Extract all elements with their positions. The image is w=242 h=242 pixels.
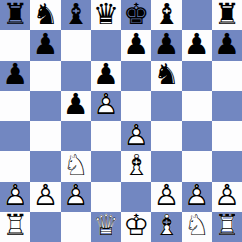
square-a6[interactable]: ♟: [0, 61, 30, 91]
square-c3[interactable]: ♞♘: [61, 151, 91, 181]
square-c7[interactable]: [61, 30, 91, 60]
square-h4[interactable]: [212, 121, 242, 151]
white-piece-outline: ♙: [93, 90, 119, 119]
square-g2[interactable]: ♟♙: [182, 182, 212, 212]
square-a7[interactable]: [0, 30, 30, 60]
black-piece-glyph: ♝: [63, 0, 89, 29]
black-piece-glyph: ♟: [32, 30, 58, 59]
square-e1[interactable]: ♚♔: [121, 212, 151, 242]
black-piece-glyph: ♞: [153, 60, 179, 89]
square-a8[interactable]: ♜: [0, 0, 30, 30]
square-e2[interactable]: [121, 182, 151, 212]
square-h5[interactable]: [212, 91, 242, 121]
black-piece-glyph: ♟: [2, 60, 28, 89]
piece-white-pawn[interactable]: ♟♙: [0, 182, 30, 212]
square-b6[interactable]: [30, 61, 60, 91]
square-h3[interactable]: [212, 151, 242, 181]
square-d7[interactable]: [91, 30, 121, 60]
square-e6[interactable]: [121, 61, 151, 91]
square-f4[interactable]: [151, 121, 181, 151]
square-a2[interactable]: ♟♙: [0, 182, 30, 212]
piece-white-pawn[interactable]: ♟♙: [212, 182, 242, 212]
piece-black-king[interactable]: ♚: [121, 0, 151, 30]
white-piece-outline: ♖: [214, 211, 240, 240]
white-piece-outline: ♖: [2, 211, 28, 240]
square-f1[interactable]: ♝♗: [151, 212, 181, 242]
white-piece-outline: ♙: [63, 181, 89, 210]
black-piece-glyph: ♟: [184, 30, 210, 59]
square-b2[interactable]: ♟♙: [30, 182, 60, 212]
piece-black-pawn[interactable]: ♟: [151, 30, 181, 60]
square-g6[interactable]: [182, 61, 212, 91]
square-b5[interactable]: [30, 91, 60, 121]
piece-black-bishop[interactable]: ♝: [61, 0, 91, 30]
piece-white-knight[interactable]: ♞♘: [182, 212, 212, 242]
square-e4[interactable]: ♟♙: [121, 121, 151, 151]
square-a5[interactable]: [0, 91, 30, 121]
piece-white-bishop[interactable]: ♝♗: [121, 151, 151, 181]
square-d8[interactable]: ♛: [91, 0, 121, 30]
piece-black-pawn[interactable]: ♟: [121, 30, 151, 60]
square-h6[interactable]: [212, 61, 242, 91]
square-e7[interactable]: ♟: [121, 30, 151, 60]
square-g3[interactable]: [182, 151, 212, 181]
piece-white-queen[interactable]: ♛♕: [91, 212, 121, 242]
square-c1[interactable]: [61, 212, 91, 242]
piece-black-pawn[interactable]: ♟: [91, 61, 121, 91]
black-piece-glyph: ♝: [153, 0, 179, 29]
square-h1[interactable]: ♜♖: [212, 212, 242, 242]
black-piece-glyph: ♟: [214, 30, 240, 59]
square-e8[interactable]: ♚: [121, 0, 151, 30]
piece-white-rook[interactable]: ♜♖: [0, 212, 30, 242]
white-piece-outline: ♗: [123, 151, 149, 180]
piece-black-knight[interactable]: ♞: [30, 0, 60, 30]
piece-white-pawn[interactable]: ♟♙: [61, 182, 91, 212]
square-f6[interactable]: ♞: [151, 61, 181, 91]
square-h7[interactable]: ♟: [212, 30, 242, 60]
square-f8[interactable]: ♝: [151, 0, 181, 30]
piece-black-pawn[interactable]: ♟: [182, 30, 212, 60]
square-d5[interactable]: ♟♙: [91, 91, 121, 121]
piece-black-pawn[interactable]: ♟: [212, 30, 242, 60]
square-c2[interactable]: ♟♙: [61, 182, 91, 212]
black-piece-glyph: ♜: [2, 0, 28, 29]
square-f5[interactable]: [151, 91, 181, 121]
square-e3[interactable]: ♝♗: [121, 151, 151, 181]
white-piece-outline: ♗: [153, 211, 179, 240]
square-b3[interactable]: [30, 151, 60, 181]
square-g5[interactable]: [182, 91, 212, 121]
square-g7[interactable]: ♟: [182, 30, 212, 60]
piece-black-queen[interactable]: ♛: [91, 0, 121, 30]
square-f3[interactable]: [151, 151, 181, 181]
piece-white-pawn[interactable]: ♟♙: [91, 91, 121, 121]
white-piece-outline: ♘: [63, 151, 89, 180]
square-c8[interactable]: ♝: [61, 0, 91, 30]
black-piece-glyph: ♟: [93, 60, 119, 89]
piece-black-rook[interactable]: ♜: [212, 0, 242, 30]
square-b7[interactable]: ♟: [30, 30, 60, 60]
white-piece-outline: ♔: [123, 211, 149, 240]
piece-white-rook[interactable]: ♜♖: [212, 212, 242, 242]
square-g8[interactable]: [182, 0, 212, 30]
piece-white-pawn[interactable]: ♟♙: [121, 121, 151, 151]
square-b1[interactable]: [30, 212, 60, 242]
square-a1[interactable]: ♜♖: [0, 212, 30, 242]
piece-white-king[interactable]: ♚♔: [121, 212, 151, 242]
square-b8[interactable]: ♞: [30, 0, 60, 30]
piece-black-pawn[interactable]: ♟: [61, 91, 91, 121]
square-d6[interactable]: ♟: [91, 61, 121, 91]
square-a3[interactable]: [0, 151, 30, 181]
white-piece-outline: ♙: [2, 181, 28, 210]
square-c6[interactable]: [61, 61, 91, 91]
square-a4[interactable]: [0, 121, 30, 151]
black-piece-glyph: ♟: [63, 90, 89, 119]
white-piece-outline: ♘: [184, 211, 210, 240]
white-piece-outline: ♙: [214, 181, 240, 210]
square-c4[interactable]: [61, 121, 91, 151]
piece-white-pawn[interactable]: ♟♙: [151, 182, 181, 212]
black-piece-glyph: ♞: [32, 0, 58, 29]
black-piece-glyph: ♚: [123, 0, 149, 29]
square-d4[interactable]: [91, 121, 121, 151]
square-g1[interactable]: ♞♘: [182, 212, 212, 242]
square-b4[interactable]: [30, 121, 60, 151]
white-piece-outline: ♙: [123, 121, 149, 150]
piece-black-knight[interactable]: ♞: [151, 61, 181, 91]
square-d1[interactable]: ♛♕: [91, 212, 121, 242]
piece-black-pawn[interactable]: ♟: [0, 61, 30, 91]
square-f7[interactable]: ♟: [151, 30, 181, 60]
square-h2[interactable]: ♟♙: [212, 182, 242, 212]
white-piece-outline: ♙: [184, 181, 210, 210]
piece-black-rook[interactable]: ♜: [0, 0, 30, 30]
black-piece-glyph: ♜: [214, 0, 240, 29]
piece-white-bishop[interactable]: ♝♗: [151, 212, 181, 242]
white-piece-outline: ♙: [153, 181, 179, 210]
square-h8[interactable]: ♜: [212, 0, 242, 30]
piece-black-pawn[interactable]: ♟: [30, 30, 60, 60]
white-piece-outline: ♙: [32, 181, 58, 210]
black-piece-glyph: ♛: [93, 0, 119, 29]
piece-white-pawn[interactable]: ♟♙: [182, 182, 212, 212]
black-piece-glyph: ♟: [123, 30, 149, 59]
piece-black-bishop[interactable]: ♝: [151, 0, 181, 30]
black-piece-glyph: ♟: [153, 30, 179, 59]
chess-board: ♜♞♝♛♚♝♜♟♟♟♟♟♟♟♞♟♟♙♟♙♞♘♝♗♟♙♟♙♟♙♟♙♟♙♟♙♜♖♛♕…: [0, 0, 242, 242]
square-d2[interactable]: [91, 182, 121, 212]
square-f2[interactable]: ♟♙: [151, 182, 181, 212]
piece-white-knight[interactable]: ♞♘: [61, 151, 91, 181]
square-e5[interactable]: [121, 91, 151, 121]
piece-white-pawn[interactable]: ♟♙: [30, 182, 60, 212]
white-piece-outline: ♕: [93, 211, 119, 240]
square-g4[interactable]: [182, 121, 212, 151]
square-d3[interactable]: [91, 151, 121, 181]
square-c5[interactable]: ♟: [61, 91, 91, 121]
